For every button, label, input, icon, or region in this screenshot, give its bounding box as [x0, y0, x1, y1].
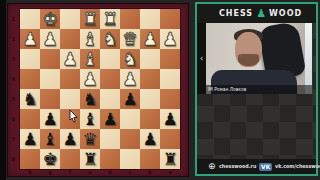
- webcam-left-strip: ‹: [197, 23, 206, 94]
- black-knight: ♞: [22, 91, 37, 108]
- square-e2[interactable]: ♝: [80, 29, 100, 49]
- square-d5[interactable]: [100, 89, 120, 109]
- file-label-e: e: [84, 171, 96, 176]
- file-label-h: h: [24, 171, 36, 176]
- file-label-g: g: [44, 171, 56, 176]
- square-f3[interactable]: ♟: [60, 49, 80, 69]
- square-d1[interactable]: ♜: [100, 9, 120, 29]
- black-bishop: ♝: [42, 131, 57, 148]
- white-bishop: ♝: [82, 51, 97, 68]
- streamer-name-text: IM Роман Ловков: [206, 87, 246, 92]
- links-footer: ⊕ chesswood.ru VK vk.com/chesswood: [197, 159, 316, 174]
- square-a1[interactable]: [160, 9, 180, 29]
- square-e4[interactable]: ♟: [80, 69, 100, 89]
- white-pawn: ♟: [82, 71, 97, 88]
- square-b1[interactable]: [140, 9, 160, 29]
- black-bishop: ♝: [82, 111, 97, 128]
- square-b4[interactable]: [140, 69, 160, 89]
- white-bishop: ♝: [82, 31, 97, 48]
- rank-label-1: 1: [9, 13, 17, 25]
- file-label-f: f: [64, 171, 76, 176]
- black-pawn: ♟: [22, 131, 37, 148]
- black-knight: ♞: [82, 91, 97, 108]
- square-f2[interactable]: [60, 29, 80, 49]
- square-f1[interactable]: [60, 9, 80, 29]
- square-g2[interactable]: ♟: [40, 29, 60, 49]
- square-a5[interactable]: [160, 89, 180, 109]
- white-pawn: ♟: [162, 31, 177, 48]
- white-knight: ♞: [122, 51, 137, 68]
- square-g1[interactable]: ♚: [40, 9, 60, 29]
- square-h6[interactable]: [20, 109, 40, 129]
- vk-logo: VK: [259, 163, 272, 171]
- square-h7[interactable]: ♟: [20, 129, 40, 149]
- square-e1[interactable]: ♜: [80, 9, 100, 29]
- rank-label-4: 4: [9, 73, 17, 85]
- black-pawn: ♟: [42, 111, 57, 128]
- brand-text-chess: CHESS: [219, 9, 253, 18]
- file-label-c: c: [124, 171, 136, 176]
- white-knight: ♞: [102, 31, 117, 48]
- left-black-edge: [0, 0, 6, 180]
- rank-label-8: 8: [9, 153, 17, 165]
- square-d6[interactable]: ♟: [100, 109, 120, 129]
- square-h3[interactable]: [20, 49, 40, 69]
- square-f8[interactable]: [60, 149, 80, 169]
- square-b8[interactable]: [140, 149, 160, 169]
- square-a3[interactable]: [160, 49, 180, 69]
- rank-labels: 12345678: [7, 9, 20, 169]
- square-d2[interactable]: ♞: [100, 29, 120, 49]
- square-d8[interactable]: [100, 149, 120, 169]
- square-a2[interactable]: ♟: [160, 29, 180, 49]
- square-b7[interactable]: ♟: [140, 129, 160, 149]
- square-h5[interactable]: ♞: [20, 89, 40, 109]
- square-c3[interactable]: ♞: [120, 49, 140, 69]
- white-pawn: ♟: [22, 31, 37, 48]
- streamer-name-caption: IM Роман Ловков: [206, 85, 312, 94]
- mouse-cursor-icon: [69, 108, 78, 127]
- square-a8[interactable]: ♜: [160, 149, 180, 169]
- square-c4[interactable]: ♟: [120, 69, 140, 89]
- brand-text-wood: WOOD: [269, 9, 302, 18]
- square-f4[interactable]: [60, 69, 80, 89]
- square-g4[interactable]: [40, 69, 60, 89]
- globe-icon: ⊕: [208, 162, 216, 171]
- rank-label-5: 5: [9, 93, 17, 105]
- square-e5[interactable]: ♞: [80, 89, 100, 109]
- square-e7[interactable]: ♛: [80, 129, 100, 149]
- square-b5[interactable]: [140, 89, 160, 109]
- black-queen: ♛: [82, 131, 97, 148]
- vk-link-text: vk.com/chesswood: [275, 164, 320, 169]
- square-c6[interactable]: [120, 109, 140, 129]
- black-rook: ♜: [162, 151, 177, 168]
- white-queen: ♛: [122, 31, 137, 48]
- white-pawn: ♟: [62, 51, 77, 68]
- rank-label-2: 2: [9, 33, 17, 45]
- square-h4[interactable]: [20, 69, 40, 89]
- white-pawn: ♟: [142, 31, 157, 48]
- square-c2[interactable]: ♛: [120, 29, 140, 49]
- file-label-d: d: [104, 171, 116, 176]
- square-c7[interactable]: [120, 129, 140, 149]
- square-a6[interactable]: ♟: [160, 109, 180, 129]
- square-a7[interactable]: [160, 129, 180, 149]
- brand-banner: CHESS ♟ WOOD: [197, 4, 316, 23]
- black-rook: ♜: [82, 151, 97, 168]
- square-a4[interactable]: [160, 69, 180, 89]
- square-h2[interactable]: ♟: [20, 29, 40, 49]
- black-pawn: ♟: [122, 91, 137, 108]
- rank-label-3: 3: [9, 53, 17, 65]
- square-c1[interactable]: [120, 9, 140, 29]
- black-pawn: ♟: [102, 111, 117, 128]
- black-king: ♚: [42, 151, 57, 168]
- rank-label-7: 7: [9, 133, 17, 145]
- square-b6[interactable]: [140, 109, 160, 129]
- white-pawn: ♟: [42, 31, 57, 48]
- square-g5[interactable]: [40, 89, 60, 109]
- square-h1[interactable]: [20, 9, 40, 29]
- white-rook: ♜: [82, 11, 97, 28]
- webcam-view: IM Роман Ловков: [206, 23, 312, 94]
- square-g7[interactable]: ♝: [40, 129, 60, 149]
- file-label-a: a: [164, 171, 176, 176]
- stream-frame: 12345678 ♚♜♜♟♟♝♞♛♟♟♟♝♞♟♟♞♞♟♟♝♟♟♟♝♟♛♟♚♜♜ …: [0, 0, 320, 180]
- square-f5[interactable]: [60, 89, 80, 109]
- square-e3[interactable]: ♝: [80, 49, 100, 69]
- black-pawn: ♟: [162, 111, 177, 128]
- square-b3[interactable]: [140, 49, 160, 69]
- chess-board: 12345678 ♚♜♜♟♟♝♞♛♟♟♟♝♞♟♟♞♞♟♟♝♟♟♟♝♟♛♟♚♜♜ …: [7, 3, 189, 177]
- square-d7[interactable]: [100, 129, 120, 149]
- chevron-left-icon: ‹: [200, 54, 204, 63]
- white-pawn: ♟: [122, 71, 137, 88]
- file-labels: hgfedcba: [20, 169, 180, 177]
- square-c8[interactable]: [120, 149, 140, 169]
- white-rook: ♜: [102, 11, 117, 28]
- website-link-text: chesswood.ru: [219, 164, 256, 169]
- white-king: ♚: [42, 11, 57, 28]
- square-d4[interactable]: [100, 69, 120, 89]
- square-g6[interactable]: ♟: [40, 109, 60, 129]
- square-e8[interactable]: ♜: [80, 149, 100, 169]
- square-g8[interactable]: ♚: [40, 149, 60, 169]
- green-pawn-icon: ♟: [256, 8, 266, 19]
- square-f7[interactable]: ♟: [60, 129, 80, 149]
- square-g3[interactable]: [40, 49, 60, 69]
- stream-side-panel: CHESS ♟ WOOD ‹ IM Роман Ловков ⊕ chesswo…: [195, 2, 318, 176]
- square-d3[interactable]: [100, 49, 120, 69]
- black-pawn: ♟: [62, 131, 77, 148]
- board-grid: ♚♜♜♟♟♝♞♛♟♟♟♝♞♟♟♞♞♟♟♝♟♟♟♝♟♛♟♚♜♜: [20, 9, 180, 169]
- window-light: [305, 23, 312, 94]
- streamer-beard: [238, 54, 259, 66]
- file-label-b: b: [144, 171, 156, 176]
- square-b2[interactable]: ♟: [140, 29, 160, 49]
- square-h8[interactable]: [20, 149, 40, 169]
- square-e6[interactable]: ♝: [80, 109, 100, 129]
- square-c5[interactable]: ♟: [120, 89, 140, 109]
- rank-label-6: 6: [9, 113, 17, 125]
- black-pawn: ♟: [142, 131, 157, 148]
